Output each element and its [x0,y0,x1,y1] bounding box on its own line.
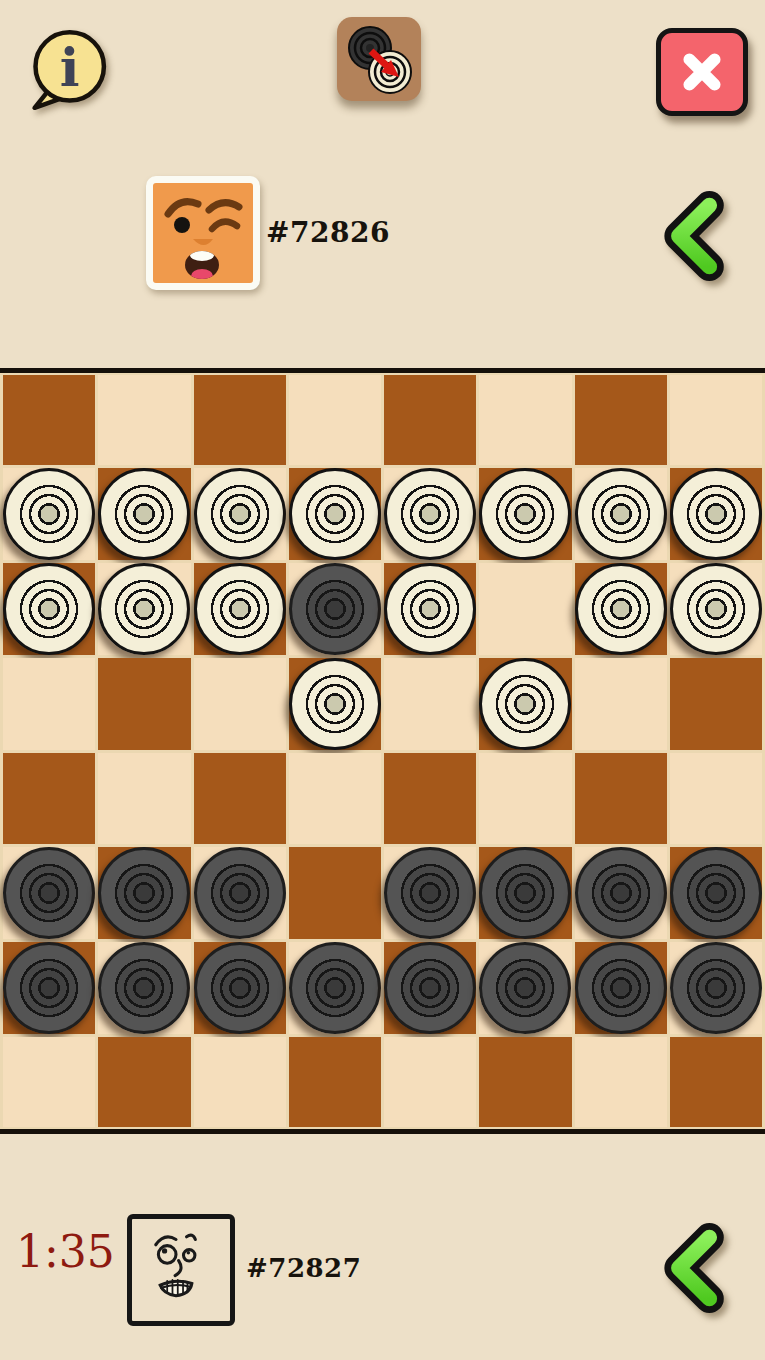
board-square-r7c3[interactable] [289,1037,381,1127]
board-square-r6c3[interactable] [289,942,381,1034]
black-piece[interactable] [575,942,667,1034]
board-square-r4c3[interactable] [289,753,381,843]
board-square-r2c3[interactable] [289,563,381,655]
black-piece[interactable] [384,847,476,939]
board-square-r4c6[interactable] [575,753,667,843]
board-square-r5c5[interactable] [479,847,571,939]
board-square-r2c4[interactable] [384,563,476,655]
board-square-r2c6[interactable] [575,563,667,655]
board-square-r4c2[interactable] [194,753,286,843]
board-square-r3c4[interactable] [384,658,476,750]
board-square-r6c1[interactable] [98,942,190,1034]
white-piece[interactable] [194,563,286,655]
black-piece[interactable] [289,942,381,1034]
board-square-r6c5[interactable] [479,942,571,1034]
white-piece[interactable] [575,468,667,560]
doodle-face-icon [132,1219,220,1311]
board-square-r5c4[interactable] [384,847,476,939]
board-square-r0c2[interactable] [194,375,286,465]
info-button[interactable]: i [22,24,112,116]
board-square-r4c0[interactable] [3,753,95,843]
board-square-r7c0[interactable] [3,1037,95,1127]
board-square-r2c7[interactable] [670,563,762,655]
white-piece[interactable] [479,468,571,560]
close-button[interactable] [656,28,748,116]
board-square-r0c3[interactable] [289,375,381,465]
board-square-r5c3[interactable] [289,847,381,939]
black-piece[interactable] [670,942,762,1034]
board-square-r0c0[interactable] [3,375,95,465]
board-square-r5c7[interactable] [670,847,762,939]
black-piece[interactable] [3,847,95,939]
board-square-r4c7[interactable] [670,753,762,843]
board-square-r6c2[interactable] [194,942,286,1034]
board-square-r5c6[interactable] [575,847,667,939]
board-square-r1c1[interactable] [98,468,190,560]
board-square-r3c3[interactable] [289,658,381,750]
black-piece[interactable] [479,847,571,939]
back-button-top[interactable] [648,190,744,282]
black-piece[interactable] [289,563,381,655]
white-piece[interactable] [384,468,476,560]
orange-wink-face-icon [153,183,253,283]
board-square-r2c1[interactable] [98,563,190,655]
move-timer: 1:35 [16,1226,115,1277]
white-piece[interactable] [98,468,190,560]
board-square-r1c2[interactable] [194,468,286,560]
white-piece[interactable] [3,563,95,655]
white-piece[interactable] [289,658,381,750]
white-piece[interactable] [289,468,381,560]
board-square-r1c4[interactable] [384,468,476,560]
board-square-r0c7[interactable] [670,375,762,465]
board-square-r4c4[interactable] [384,753,476,843]
board-square-r6c0[interactable] [3,942,95,1034]
board-square-r2c2[interactable] [194,563,286,655]
board-square-r2c0[interactable] [3,563,95,655]
player-avatar[interactable] [127,1214,235,1326]
black-piece[interactable] [670,847,762,939]
board-square-r1c5[interactable] [479,468,571,560]
board-square-r1c3[interactable] [289,468,381,560]
board-square-r4c1[interactable] [98,753,190,843]
app-icon [337,17,421,101]
black-piece[interactable] [194,847,286,939]
checkers-capture-app-icon [337,17,421,101]
chevron-left-icon [648,1222,744,1314]
board-square-r7c5[interactable] [479,1037,571,1127]
board-square-r5c2[interactable] [194,847,286,939]
board-square-r7c7[interactable] [670,1037,762,1127]
board-square-r4c5[interactable] [479,753,571,843]
player-id: #72827 [246,1253,361,1283]
board-square-r7c2[interactable] [194,1037,286,1127]
black-piece[interactable] [384,942,476,1034]
board-square-r3c5[interactable] [479,658,571,750]
white-piece[interactable] [479,658,571,750]
white-piece[interactable] [670,468,762,560]
board-square-r0c6[interactable] [575,375,667,465]
board-square-r5c0[interactable] [3,847,95,939]
board-square-r3c2[interactable] [194,658,286,750]
black-piece[interactable] [194,942,286,1034]
board-square-r6c4[interactable] [384,942,476,1034]
board-square-r0c1[interactable] [98,375,190,465]
back-button-bottom[interactable] [648,1222,744,1314]
board-square-r3c0[interactable] [3,658,95,750]
board-square-r0c5[interactable] [479,375,571,465]
opponent-id: #72826 [266,216,390,249]
white-piece[interactable] [98,563,190,655]
black-piece[interactable] [98,942,190,1034]
black-piece[interactable] [575,847,667,939]
board-square-r0c4[interactable] [384,375,476,465]
board-square-r3c1[interactable] [98,658,190,750]
board-square-r1c7[interactable] [670,468,762,560]
black-piece[interactable] [479,942,571,1034]
board-square-r6c7[interactable] [670,942,762,1034]
white-piece[interactable] [670,563,762,655]
opponent-avatar[interactable] [146,176,260,290]
white-piece[interactable] [3,468,95,560]
board-square-r7c4[interactable] [384,1037,476,1127]
black-piece[interactable] [3,942,95,1034]
info-speech-bubble-icon: i [22,24,112,116]
close-x-icon [674,44,730,100]
board-square-r1c0[interactable] [3,468,95,560]
chevron-left-icon [648,190,744,282]
board-square-r5c1[interactable] [98,847,190,939]
board-square-r3c7[interactable] [670,658,762,750]
game-screen: { "game": "checkers (Turkish draughts / … [0,0,765,1360]
board-square-r2c5[interactable] [479,563,571,655]
board [0,368,765,1134]
white-piece[interactable] [384,563,476,655]
board-square-r6c6[interactable] [575,942,667,1034]
black-piece[interactable] [98,847,190,939]
svg-text:i: i [60,37,80,98]
board-square-r3c6[interactable] [575,658,667,750]
board-square-r1c6[interactable] [575,468,667,560]
board-square-r7c6[interactable] [575,1037,667,1127]
board-square-r7c1[interactable] [98,1037,190,1127]
white-piece[interactable] [194,468,286,560]
white-piece[interactable] [575,563,667,655]
